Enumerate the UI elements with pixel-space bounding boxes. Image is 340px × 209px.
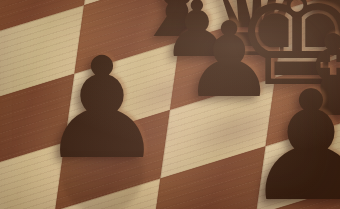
piece-black-pawn-f7[interactable]: ♟ xyxy=(243,86,340,208)
chessboard-photo: ♟ ♟♟♟♟♝♛♚♝♞ xyxy=(0,0,340,209)
pieces-layer: ♟ ♟♟♟♟♝♛♚♝♞ xyxy=(0,0,340,209)
piece-black-pawn-e5[interactable]: ♟ xyxy=(39,53,165,165)
